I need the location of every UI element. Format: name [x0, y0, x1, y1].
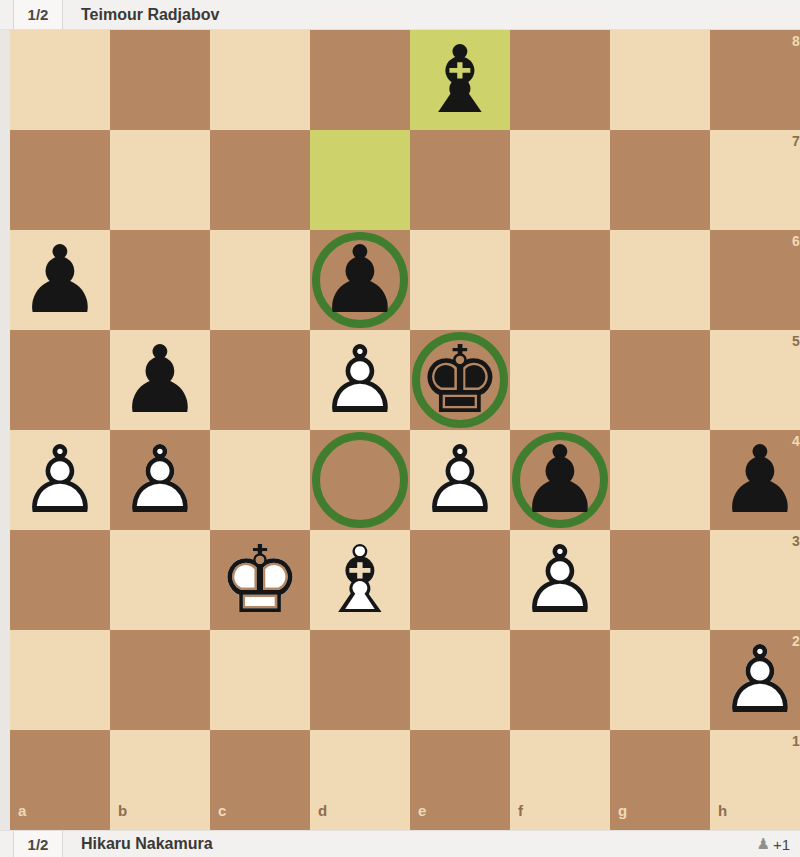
file-coordinate-e: e	[418, 803, 426, 818]
bottom-result-badge: 1/2	[13, 831, 63, 857]
file-coordinate-b: b	[118, 803, 127, 818]
square-c2[interactable]	[210, 630, 310, 730]
rank-coordinate-3: 3	[792, 534, 800, 548]
square-d2[interactable]	[310, 630, 410, 730]
square-e3[interactable]	[410, 530, 510, 630]
rank-coordinate-5: 5	[792, 334, 800, 348]
bottom-player-name[interactable]: Hikaru Nakamura	[81, 835, 213, 853]
square-h1[interactable]: h1	[710, 730, 800, 830]
rank-coordinate-2: 2	[792, 634, 800, 648]
square-f7[interactable]	[510, 130, 610, 230]
black-pawn[interactable]: ♟	[310, 230, 410, 330]
chess-board[interactable]: ♝87♟♟6♟♟♙♚5♟♙♟♙♟♙♟♟4♚♔♝♗♟♙3♟♙2abcdefgh1	[10, 30, 800, 830]
square-f1[interactable]: f	[510, 730, 610, 830]
square-b3[interactable]	[110, 530, 210, 630]
square-g3[interactable]	[610, 530, 710, 630]
square-d3[interactable]: ♝♗	[310, 530, 410, 630]
material-advantage-value: +1	[773, 836, 790, 853]
square-b5[interactable]: ♟	[110, 330, 210, 430]
square-a5[interactable]	[10, 330, 110, 430]
square-e2[interactable]	[410, 630, 510, 730]
top-result-badge: 1/2	[13, 0, 63, 29]
square-e4[interactable]: ♟♙	[410, 430, 510, 530]
material-advantage: ♟ +1	[756, 836, 790, 853]
square-f2[interactable]	[510, 630, 610, 730]
square-h4[interactable]: ♟4	[710, 430, 800, 530]
rank-coordinate-7: 7	[792, 134, 800, 148]
white-pawn[interactable]: ♟♙	[310, 330, 410, 430]
square-d7[interactable]	[310, 130, 410, 230]
top-player-bar: 1/2 Teimour Radjabov	[0, 0, 800, 30]
square-e5[interactable]: ♚	[410, 330, 510, 430]
square-g4[interactable]	[610, 430, 710, 530]
square-a8[interactable]	[10, 30, 110, 130]
square-c1[interactable]: c	[210, 730, 310, 830]
black-pawn-icon: ♟	[756, 837, 769, 852]
square-g7[interactable]	[610, 130, 710, 230]
square-b6[interactable]	[110, 230, 210, 330]
black-pawn[interactable]: ♟	[110, 330, 210, 430]
square-d6[interactable]: ♟	[310, 230, 410, 330]
square-a6[interactable]: ♟	[10, 230, 110, 330]
file-coordinate-f: f	[518, 803, 523, 818]
square-g5[interactable]	[610, 330, 710, 430]
rank-coordinate-4: 4	[792, 434, 800, 448]
square-f5[interactable]	[510, 330, 610, 430]
square-h2[interactable]: ♟♙2	[710, 630, 800, 730]
file-coordinate-a: a	[18, 803, 26, 818]
file-coordinate-d: d	[318, 803, 327, 818]
square-b2[interactable]	[110, 630, 210, 730]
white-pawn[interactable]: ♟♙	[110, 430, 210, 530]
square-h7[interactable]: 7	[710, 130, 800, 230]
square-h8[interactable]: 8	[710, 30, 800, 130]
black-bishop[interactable]: ♝	[410, 30, 510, 130]
square-g8[interactable]	[610, 30, 710, 130]
square-g6[interactable]	[610, 230, 710, 330]
white-bishop[interactable]: ♝♗	[310, 530, 410, 630]
square-d5[interactable]: ♟♙	[310, 330, 410, 430]
square-g1[interactable]: g	[610, 730, 710, 830]
white-pawn[interactable]: ♟♙	[710, 630, 800, 730]
square-a2[interactable]	[10, 630, 110, 730]
bottom-player-bar: 1/2 Hikaru Nakamura ♟ +1	[0, 830, 800, 857]
square-f6[interactable]	[510, 230, 610, 330]
file-coordinate-g: g	[618, 803, 627, 818]
black-pawn[interactable]: ♟	[10, 230, 110, 330]
square-f4[interactable]: ♟	[510, 430, 610, 530]
rank-coordinate-8: 8	[792, 34, 800, 48]
white-pawn[interactable]: ♟♙	[510, 530, 610, 630]
square-a1[interactable]: a	[10, 730, 110, 830]
black-pawn[interactable]: ♟	[510, 430, 610, 530]
square-h5[interactable]: 5	[710, 330, 800, 430]
green-circle-annotation-d4	[312, 432, 408, 528]
square-e1[interactable]: e	[410, 730, 510, 830]
rank-coordinate-1: 1	[792, 734, 800, 748]
black-king[interactable]: ♚	[410, 330, 510, 430]
file-coordinate-h: h	[718, 803, 727, 818]
white-pawn[interactable]: ♟♙	[10, 430, 110, 530]
square-g2[interactable]	[610, 630, 710, 730]
square-h6[interactable]: 6	[710, 230, 800, 330]
square-c3[interactable]: ♚♔	[210, 530, 310, 630]
square-b7[interactable]	[110, 130, 210, 230]
square-e6[interactable]	[410, 230, 510, 330]
white-pawn[interactable]: ♟♙	[410, 430, 510, 530]
square-a7[interactable]	[10, 130, 110, 230]
square-d8[interactable]	[310, 30, 410, 130]
square-d4[interactable]	[310, 430, 410, 530]
white-king[interactable]: ♚♔	[210, 530, 310, 630]
square-h3[interactable]: 3	[710, 530, 800, 630]
file-coordinate-c: c	[218, 803, 226, 818]
square-c8[interactable]	[210, 30, 310, 130]
square-a3[interactable]	[10, 530, 110, 630]
square-b8[interactable]	[110, 30, 210, 130]
black-pawn[interactable]: ♟	[710, 430, 800, 530]
square-c5[interactable]	[210, 330, 310, 430]
rank-coordinate-6: 6	[792, 234, 800, 248]
square-c6[interactable]	[210, 230, 310, 330]
board-clip: ♝87♟♟6♟♟♙♚5♟♙♟♙♟♙♟♟4♚♔♝♗♟♙3♟♙2abcdefgh1	[10, 30, 800, 830]
square-e7[interactable]	[410, 130, 510, 230]
square-f3[interactable]: ♟♙	[510, 530, 610, 630]
square-e8[interactable]: ♝	[410, 30, 510, 130]
square-c4[interactable]	[210, 430, 310, 530]
square-d1[interactable]: d	[310, 730, 410, 830]
square-a4[interactable]: ♟♙	[10, 430, 110, 530]
top-player-name[interactable]: Teimour Radjabov	[81, 6, 219, 24]
square-b1[interactable]: b	[110, 730, 210, 830]
square-b4[interactable]: ♟♙	[110, 430, 210, 530]
square-f8[interactable]	[510, 30, 610, 130]
square-c7[interactable]	[210, 130, 310, 230]
